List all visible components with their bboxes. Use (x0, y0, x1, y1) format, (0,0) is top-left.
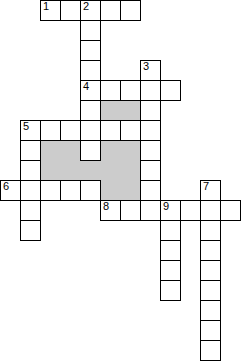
answer-cell[interactable]: 1 (40, 0, 61, 21)
answer-cell[interactable] (160, 80, 181, 101)
blocked-cell (60, 140, 81, 161)
blocked-cell (100, 180, 121, 201)
answer-cell[interactable] (140, 140, 161, 161)
answer-cell[interactable]: 9 (160, 200, 181, 221)
answer-cell[interactable] (20, 140, 41, 161)
answer-cell[interactable] (160, 280, 181, 301)
answer-cell[interactable] (80, 120, 101, 141)
answer-cell[interactable] (200, 200, 221, 221)
answer-cell[interactable] (100, 120, 121, 141)
answer-cell[interactable] (200, 320, 221, 341)
answer-cell[interactable] (120, 80, 141, 101)
blocked-cell (120, 160, 141, 181)
answer-cell[interactable] (20, 200, 41, 221)
blocked-cell (60, 160, 81, 181)
answer-cell[interactable] (200, 280, 221, 301)
answer-cell[interactable]: 8 (100, 200, 121, 221)
answer-cell[interactable] (160, 240, 181, 261)
answer-cell[interactable] (80, 180, 101, 201)
blocked-cell (120, 180, 141, 201)
blocked-cell (100, 100, 121, 121)
answer-cell[interactable] (120, 200, 141, 221)
crossword-grid: 123456789 (0, 0, 241, 361)
answer-cell[interactable] (100, 80, 121, 101)
answer-cell[interactable] (40, 180, 61, 201)
answer-cell[interactable] (80, 140, 101, 161)
answer-cell[interactable] (160, 220, 181, 241)
answer-cell[interactable] (200, 240, 221, 261)
answer-cell[interactable] (80, 20, 101, 41)
answer-cell[interactable] (20, 220, 41, 241)
answer-cell[interactable] (200, 260, 221, 281)
blocked-cell (40, 160, 61, 181)
blocked-cell (80, 160, 101, 181)
answer-cell[interactable]: 6 (0, 180, 21, 201)
blocked-cell (40, 140, 61, 161)
answer-cell[interactable]: 7 (200, 180, 221, 201)
blocked-cell (100, 160, 121, 181)
answer-cell[interactable] (80, 100, 101, 121)
answer-cell[interactable] (140, 180, 161, 201)
clue-number: 8 (103, 201, 109, 212)
answer-cell[interactable] (60, 0, 81, 21)
answer-cell[interactable]: 4 (80, 80, 101, 101)
answer-cell[interactable]: 5 (20, 120, 41, 141)
clue-number: 2 (83, 1, 89, 12)
answer-cell[interactable] (140, 160, 161, 181)
clue-number: 9 (163, 201, 169, 212)
clue-number: 4 (83, 81, 89, 92)
blocked-cell (120, 140, 141, 161)
clue-number: 1 (43, 1, 49, 12)
answer-cell[interactable] (100, 0, 121, 21)
answer-cell[interactable] (120, 120, 141, 141)
blocked-cell (120, 100, 141, 121)
clue-number: 3 (143, 61, 149, 72)
answer-cell[interactable] (140, 120, 161, 141)
answer-cell[interactable] (120, 0, 141, 21)
answer-cell[interactable] (220, 200, 241, 221)
answer-cell[interactable] (160, 260, 181, 281)
answer-cell[interactable] (180, 200, 201, 221)
answer-cell[interactable] (200, 300, 221, 321)
answer-cell[interactable] (40, 120, 61, 141)
answer-cell[interactable] (140, 200, 161, 221)
answer-cell[interactable] (20, 180, 41, 201)
clue-number: 7 (203, 181, 209, 192)
answer-cell[interactable]: 3 (140, 60, 161, 81)
clue-number: 6 (3, 181, 9, 192)
answer-cell[interactable] (140, 80, 161, 101)
answer-cell[interactable] (20, 160, 41, 181)
answer-cell[interactable] (200, 220, 221, 241)
answer-cell[interactable] (60, 120, 81, 141)
answer-cell[interactable] (80, 40, 101, 61)
answer-cell[interactable] (200, 340, 221, 361)
clue-number: 5 (23, 121, 29, 132)
answer-cell[interactable] (140, 100, 161, 121)
answer-cell[interactable]: 2 (80, 0, 101, 21)
answer-cell[interactable] (60, 180, 81, 201)
answer-cell[interactable] (80, 60, 101, 81)
blocked-cell (100, 140, 121, 161)
